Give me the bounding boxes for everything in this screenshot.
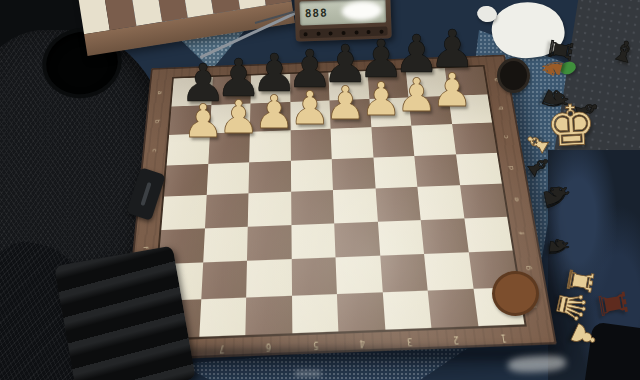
scene: 888 87654321 abcdefgh abcdefgh ♟♟♟♟♟♟♟♟♟… (0, 0, 640, 380)
black-knight-lying-2[interactable]: ♞ (537, 178, 577, 215)
piece-layer: ♟♟♟♟♟♟♟♟♟♟♟♟♟♟♟♟♜♞♞♝♚♝♝♞♞♜♛♟♜♝ (0, 0, 640, 380)
white-pawn[interactable]: ♟ (432, 67, 473, 113)
black-knight-lying-3[interactable]: ♞ (545, 234, 573, 259)
white-pawn-lying[interactable]: ♟ (565, 317, 604, 354)
black-piece-top-right[interactable]: ♝ (608, 35, 640, 69)
white-queen-lying[interactable]: ♛ (549, 285, 593, 326)
maroon-rook-lying[interactable]: ♜ (591, 285, 632, 323)
